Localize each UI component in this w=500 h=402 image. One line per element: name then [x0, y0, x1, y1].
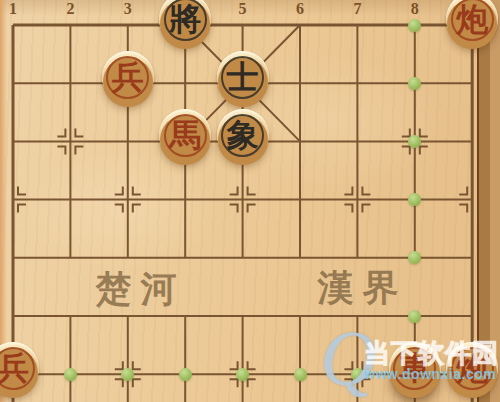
piece-character: 馬: [159, 109, 211, 161]
piece-red-cannon[interactable]: 炮: [446, 342, 498, 394]
file-label-6: 6: [296, 0, 304, 17]
move-hint-dot[interactable]: [408, 19, 421, 32]
xiangqi-board: 123456789 楚河 漢界 將炮兵士馬象兵車炮 Q 当下软件园 www.do…: [0, 0, 500, 402]
move-hint-dot[interactable]: [408, 310, 421, 323]
piece-character: 將: [159, 0, 211, 45]
piece-character: 士: [217, 51, 269, 103]
move-hint-dot[interactable]: [121, 368, 134, 381]
piece-red-soldier[interactable]: 兵: [0, 342, 39, 394]
move-hint-dot[interactable]: [64, 368, 77, 381]
piece-red-cannon[interactable]: 炮: [446, 0, 498, 45]
file-label-8: 8: [411, 0, 419, 17]
file-label-5: 5: [239, 0, 247, 17]
piece-red-chariot[interactable]: 車: [389, 342, 441, 394]
move-hint-dot[interactable]: [294, 368, 307, 381]
piece-black-general[interactable]: 將: [159, 0, 211, 45]
piece-black-advisor[interactable]: 士: [217, 51, 269, 103]
move-hint-dot[interactable]: [408, 77, 421, 90]
board-top-shade: [0, 0, 500, 16]
piece-character: 車: [389, 342, 441, 394]
river-label-right: 漢界: [309, 264, 408, 313]
piece-character: 兵: [0, 342, 39, 394]
piece-character: 炮: [446, 0, 498, 45]
piece-black-elephant[interactable]: 象: [217, 109, 269, 161]
file-label-1: 1: [9, 0, 17, 17]
file-label-7: 7: [353, 0, 361, 17]
move-hint-dot[interactable]: [179, 368, 192, 381]
piece-red-soldier[interactable]: 兵: [102, 51, 154, 103]
piece-character: 兵: [102, 51, 154, 103]
move-hint-dot[interactable]: [236, 368, 249, 381]
piece-character: 象: [217, 109, 269, 161]
move-hint-dot[interactable]: [351, 368, 364, 381]
piece-character: 炮: [446, 342, 498, 394]
file-label-3: 3: [124, 0, 132, 17]
file-label-2: 2: [66, 0, 74, 17]
river-label-left: 楚河: [87, 265, 186, 314]
piece-red-horse[interactable]: 馬: [159, 109, 211, 161]
